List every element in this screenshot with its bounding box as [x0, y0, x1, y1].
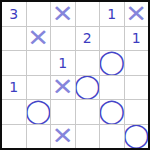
cell-r1c5[interactable]: 1 [100, 2, 124, 26]
cell-r4c6[interactable] [125, 76, 149, 100]
cell-r4c2[interactable] [27, 76, 51, 100]
o-mark: ◯ [27, 100, 51, 123]
cell-r1c2[interactable] [27, 2, 51, 26]
cell-r3c4[interactable] [76, 51, 100, 75]
clue-number: 1 [9, 80, 18, 94]
cell-r4c3[interactable]: ✕ [51, 76, 75, 100]
clue-number: 1 [58, 56, 67, 70]
cell-r4c1[interactable]: 1 [2, 76, 26, 100]
x-mark: ✕ [52, 125, 74, 149]
o-mark: ◯ [100, 100, 124, 123]
o-mark: ◯ [100, 51, 124, 74]
cell-r4c5[interactable] [100, 76, 124, 100]
cell-r6c4[interactable] [76, 125, 100, 149]
cell-r6c2[interactable] [27, 125, 51, 149]
x-mark: ✕ [125, 2, 147, 26]
cell-r1c4[interactable] [76, 2, 100, 26]
cell-r6c6[interactable]: ◯ [125, 125, 149, 149]
cell-r2c4[interactable]: 2 [76, 27, 100, 51]
cell-r3c1[interactable] [2, 51, 26, 75]
clue-number: 1 [107, 7, 116, 21]
cell-r2c2[interactable]: ✕ [27, 27, 51, 51]
x-mark: ✕ [52, 76, 74, 100]
cell-r6c5[interactable] [100, 125, 124, 149]
cell-r1c1[interactable]: 3 [2, 2, 26, 26]
cell-r5c4[interactable] [76, 100, 100, 124]
clue-number: 2 [83, 31, 92, 45]
cell-r3c2[interactable] [27, 51, 51, 75]
cell-r6c1[interactable] [2, 125, 26, 149]
cell-r2c6[interactable]: 1 [125, 27, 149, 51]
cell-r2c5[interactable] [100, 27, 124, 51]
puzzle-board: 3✕1✕✕211◯1✕◯◯◯✕◯ [0, 0, 150, 150]
cell-r6c3[interactable]: ✕ [51, 125, 75, 149]
o-mark: ◯ [76, 76, 100, 99]
cell-r2c3[interactable] [51, 27, 75, 51]
cell-r4c4[interactable]: ◯ [76, 76, 100, 100]
cell-r3c3[interactable]: 1 [51, 51, 75, 75]
clue-number: 3 [9, 7, 18, 21]
clue-number: 1 [132, 31, 141, 45]
x-mark: ✕ [27, 27, 49, 51]
cell-r5c1[interactable] [2, 100, 26, 124]
cell-r5c2[interactable]: ◯ [27, 100, 51, 124]
cell-r1c3[interactable]: ✕ [51, 2, 75, 26]
x-mark: ✕ [52, 2, 74, 26]
cell-r5c3[interactable] [51, 100, 75, 124]
cell-r5c5[interactable]: ◯ [100, 100, 124, 124]
cell-r3c6[interactable] [125, 51, 149, 75]
o-mark: ◯ [125, 125, 149, 148]
cell-r3c5[interactable]: ◯ [100, 51, 124, 75]
cell-r5c6[interactable] [125, 100, 149, 124]
cell-r2c1[interactable] [2, 27, 26, 51]
cell-r1c6[interactable]: ✕ [125, 2, 149, 26]
